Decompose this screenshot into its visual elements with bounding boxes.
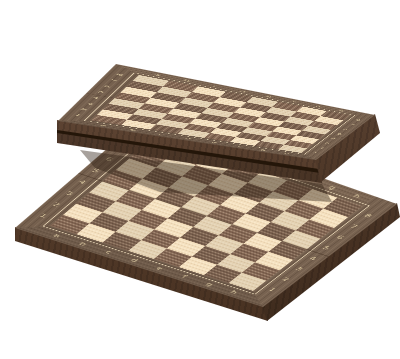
top-board-cast-shadow [0, 0, 400, 359]
product-photo-two-chess-boards: aabbccddeeffgghh8877665544332211 aabbccd… [0, 0, 400, 359]
